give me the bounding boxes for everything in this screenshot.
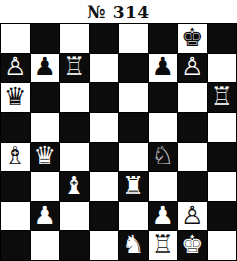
piece-white-knight: ♞	[122, 232, 144, 257]
square-d8	[90, 24, 119, 53]
piece-white-rook: ♖	[152, 232, 174, 257]
square-b5	[31, 113, 60, 142]
piece-white-bishop: ♗	[4, 143, 26, 168]
piece-white-pawn: ♟	[152, 203, 174, 228]
square-b3	[31, 172, 60, 201]
piece-black-pawn: ♙	[181, 54, 203, 79]
square-f4: ♘	[149, 143, 178, 172]
piece-white-rook: ♜	[122, 173, 144, 198]
square-f3	[149, 172, 178, 201]
square-d2	[90, 202, 119, 231]
piece-white-king: ♚	[181, 232, 203, 257]
piece-black-rook: ♖	[63, 54, 85, 79]
square-g7: ♙	[178, 54, 207, 83]
square-a8	[1, 24, 30, 53]
square-h2	[208, 202, 237, 231]
piece-white-bishop: ♝	[63, 173, 85, 198]
square-d4	[90, 143, 119, 172]
square-h1	[208, 231, 237, 260]
square-c7: ♖	[60, 54, 89, 83]
square-a6: ♛	[1, 83, 30, 112]
square-h4	[208, 143, 237, 172]
square-h7	[208, 54, 237, 83]
square-h3	[208, 172, 237, 201]
square-b8	[31, 24, 60, 53]
square-g8: ♚	[178, 24, 207, 53]
square-e8	[119, 24, 148, 53]
square-g5	[178, 113, 207, 142]
piece-black-king: ♚	[181, 25, 203, 50]
square-f5	[149, 113, 178, 142]
piece-black-pawn: ♙	[4, 54, 26, 79]
square-a2	[1, 202, 30, 231]
piece-black-pawn: ♟	[34, 54, 56, 79]
square-c3: ♝	[60, 172, 89, 201]
square-d7	[90, 54, 119, 83]
square-a1	[1, 231, 30, 260]
piece-black-queen: ♛	[4, 84, 26, 109]
square-b4: ♛	[31, 143, 60, 172]
square-g1: ♚	[178, 231, 207, 260]
chess-board: ♚♙♟♖♟♙♛♖♗♛♘♝♜♟♟♙♞♖♚	[0, 23, 237, 261]
square-e7	[119, 54, 148, 83]
square-b7: ♟	[31, 54, 60, 83]
square-c8	[60, 24, 89, 53]
square-e4	[119, 143, 148, 172]
square-c1	[60, 231, 89, 260]
square-e1: ♞	[119, 231, 148, 260]
piece-white-queen: ♛	[34, 143, 56, 168]
square-d1	[90, 231, 119, 260]
square-f6	[149, 83, 178, 112]
square-d5	[90, 113, 119, 142]
square-a4: ♗	[1, 143, 30, 172]
square-a3	[1, 172, 30, 201]
square-g6	[178, 83, 207, 112]
square-g3	[178, 172, 207, 201]
square-h5	[208, 113, 237, 142]
square-h8	[208, 24, 237, 53]
square-c6	[60, 83, 89, 112]
square-c2	[60, 202, 89, 231]
piece-white-pawn: ♟	[34, 203, 56, 228]
square-b1	[31, 231, 60, 260]
square-g4	[178, 143, 207, 172]
square-a7: ♙	[1, 54, 30, 83]
square-b6	[31, 83, 60, 112]
piece-black-pawn: ♟	[152, 54, 174, 79]
piece-white-pawn: ♙	[181, 203, 203, 228]
square-b2: ♟	[31, 202, 60, 231]
square-f1: ♖	[149, 231, 178, 260]
square-c4	[60, 143, 89, 172]
piece-black-rook: ♖	[211, 84, 233, 109]
piece-black-knight: ♘	[152, 143, 174, 168]
square-d6	[90, 83, 119, 112]
diagram-number-title: № 314	[0, 0, 237, 23]
square-e5	[119, 113, 148, 142]
square-e3: ♜	[119, 172, 148, 201]
square-e2	[119, 202, 148, 231]
square-f8	[149, 24, 178, 53]
square-f7: ♟	[149, 54, 178, 83]
square-h6: ♖	[208, 83, 237, 112]
square-g2: ♙	[178, 202, 207, 231]
square-d3	[90, 172, 119, 201]
square-c5	[60, 113, 89, 142]
square-f2: ♟	[149, 202, 178, 231]
square-e6	[119, 83, 148, 112]
square-a5	[1, 113, 30, 142]
